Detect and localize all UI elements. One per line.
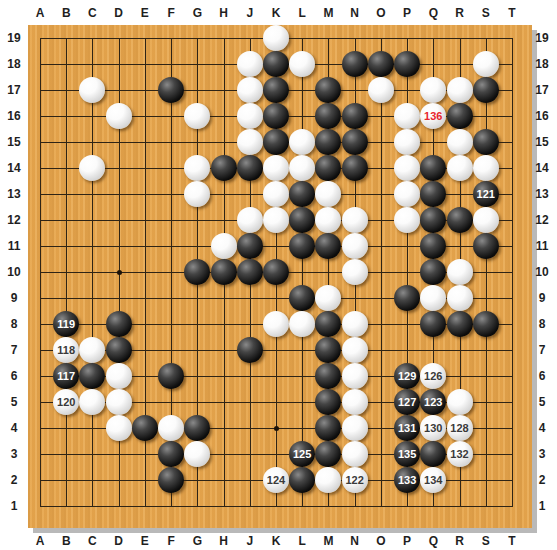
row-label-left: 1 (11, 499, 18, 513)
stone-O17 (368, 77, 394, 103)
stone-R9 (447, 285, 473, 311)
col-label-bottom: N (350, 534, 359, 548)
stone-F2 (158, 467, 184, 493)
move-number: 120 (57, 397, 75, 408)
stone-P15 (394, 129, 420, 155)
stone-R3: 132 (447, 441, 473, 467)
move-number: 117 (57, 371, 75, 382)
last-move-number: 136 (424, 111, 442, 122)
row-label-right: 6 (539, 369, 546, 383)
col-label-top: P (403, 6, 411, 20)
stone-Q9 (420, 285, 446, 311)
row-label-left: 9 (11, 291, 18, 305)
move-number: 119 (57, 319, 75, 330)
stone-M13 (315, 181, 341, 207)
stone-R4: 128 (447, 415, 473, 441)
stone-Q17 (420, 77, 446, 103)
col-label-top: N (350, 6, 359, 20)
stone-P6: 129 (394, 363, 420, 389)
stone-S18 (473, 51, 499, 77)
row-label-right: 15 (535, 135, 548, 149)
stone-N14 (342, 155, 368, 181)
col-label-top: D (114, 6, 123, 20)
row-label-right: 13 (535, 187, 548, 201)
col-label-bottom: J (246, 534, 253, 548)
stone-L8 (289, 311, 315, 337)
stone-J7 (237, 337, 263, 363)
move-number: 123 (424, 397, 442, 408)
stone-N10 (342, 259, 368, 285)
col-label-bottom: L (299, 534, 306, 548)
stone-M6 (315, 363, 341, 389)
stone-M8 (315, 311, 341, 337)
stone-H10 (211, 259, 237, 285)
stone-K2: 124 (263, 467, 289, 493)
stone-K14 (263, 155, 289, 181)
row-label-right: 14 (535, 161, 548, 175)
row-label-left: 19 (7, 31, 20, 45)
stone-S15 (473, 129, 499, 155)
stone-C17 (79, 77, 105, 103)
row-label-right: 11 (536, 239, 549, 253)
move-number: 121 (477, 189, 495, 200)
move-number: 131 (398, 423, 416, 434)
stone-L3: 125 (289, 441, 315, 467)
row-label-right: 1 (539, 499, 546, 513)
stone-P16 (394, 103, 420, 129)
col-label-bottom: O (376, 534, 385, 548)
stone-H11 (211, 233, 237, 259)
stone-M4 (315, 415, 341, 441)
stone-R12 (447, 207, 473, 233)
stone-N7 (342, 337, 368, 363)
row-label-left: 15 (7, 135, 20, 149)
stone-N15 (342, 129, 368, 155)
stone-M11 (315, 233, 341, 259)
stone-C5 (79, 389, 105, 415)
move-number: 128 (450, 423, 468, 434)
stone-S17 (473, 77, 499, 103)
stone-B8: 119 (53, 311, 79, 337)
stone-N5 (342, 389, 368, 415)
stone-P13 (394, 181, 420, 207)
col-label-bottom: M (323, 534, 333, 548)
row-label-right: 19 (535, 31, 548, 45)
move-number: 124 (267, 475, 285, 486)
stone-D6 (106, 363, 132, 389)
stone-B5: 120 (53, 389, 79, 415)
col-label-top: E (141, 6, 149, 20)
stone-G4 (184, 415, 210, 441)
stone-M12 (315, 207, 341, 233)
move-number: 133 (398, 475, 416, 486)
stone-R15 (447, 129, 473, 155)
row-label-left: 4 (11, 421, 18, 435)
stone-R5 (447, 389, 473, 415)
stone-P18 (394, 51, 420, 77)
stone-R17 (447, 77, 473, 103)
col-label-bottom: Q (429, 534, 438, 548)
stone-Q14 (420, 155, 446, 181)
stone-L9 (289, 285, 315, 311)
stone-G16 (184, 103, 210, 129)
stone-K16 (263, 103, 289, 129)
col-label-top: S (482, 6, 490, 20)
stone-L15 (289, 129, 315, 155)
stone-L2 (289, 467, 315, 493)
stone-L11 (289, 233, 315, 259)
col-label-bottom: B (62, 534, 71, 548)
stone-F4 (158, 415, 184, 441)
row-label-right: 12 (535, 213, 548, 227)
stone-J14 (237, 155, 263, 181)
stone-E4 (132, 415, 158, 441)
stone-P14 (394, 155, 420, 181)
stone-N16 (342, 103, 368, 129)
move-number: 118 (57, 345, 75, 356)
stone-K10 (263, 259, 289, 285)
stone-M3 (315, 441, 341, 467)
stone-B6: 117 (53, 363, 79, 389)
col-label-top: T (508, 6, 515, 20)
move-number: 126 (424, 371, 442, 382)
stone-K12 (263, 207, 289, 233)
col-label-bottom: K (272, 534, 281, 548)
grid-line-horizontal (40, 506, 513, 507)
stone-Q5: 123 (420, 389, 446, 415)
go-game-diagram: AABBCCDDEEFFGGHHJJKKLLMMNNOOPPQQRRSSTT19… (0, 0, 557, 550)
col-label-top: Q (429, 6, 438, 20)
row-label-left: 18 (7, 57, 20, 71)
row-label-right: 4 (539, 421, 546, 435)
stone-N12 (342, 207, 368, 233)
col-label-top: G (193, 6, 202, 20)
row-label-right: 18 (535, 57, 548, 71)
stone-Q2: 134 (420, 467, 446, 493)
stone-D16 (106, 103, 132, 129)
stone-F3 (158, 441, 184, 467)
stone-F6 (158, 363, 184, 389)
stone-M7 (315, 337, 341, 363)
stone-Q12 (420, 207, 446, 233)
stone-R14 (447, 155, 473, 181)
move-number: 132 (450, 449, 468, 460)
col-label-top: C (88, 6, 97, 20)
col-label-bottom: D (114, 534, 123, 548)
stone-N11 (342, 233, 368, 259)
stone-D5 (106, 389, 132, 415)
stone-L13 (289, 181, 315, 207)
col-label-bottom: R (455, 534, 464, 548)
row-label-right: 5 (539, 395, 546, 409)
stone-Q11 (420, 233, 446, 259)
stone-R10 (447, 259, 473, 285)
row-label-left: 7 (11, 343, 18, 357)
row-label-left: 8 (11, 317, 18, 331)
row-label-left: 17 (7, 83, 20, 97)
row-label-right: 16 (535, 109, 548, 123)
stone-P3: 135 (394, 441, 420, 467)
stone-S11 (473, 233, 499, 259)
col-label-top: J (246, 6, 253, 20)
move-number: 134 (424, 475, 442, 486)
stone-G13 (184, 181, 210, 207)
row-label-left: 5 (11, 395, 18, 409)
grid-line-vertical (486, 38, 487, 507)
stone-P9 (394, 285, 420, 311)
stone-N2: 122 (342, 467, 368, 493)
stone-M14 (315, 155, 341, 181)
stone-F17 (158, 77, 184, 103)
stone-J11 (237, 233, 263, 259)
stone-P4: 131 (394, 415, 420, 441)
stone-G14 (184, 155, 210, 181)
col-label-bottom: E (141, 534, 149, 548)
row-label-right: 8 (539, 317, 546, 331)
col-label-top: B (62, 6, 71, 20)
stone-K15 (263, 129, 289, 155)
grid-line-vertical (302, 38, 303, 507)
stone-J15 (237, 129, 263, 155)
stone-M5 (315, 389, 341, 415)
row-label-right: 7 (539, 343, 546, 357)
stone-P5: 127 (394, 389, 420, 415)
star-point (117, 270, 122, 275)
row-label-left: 10 (7, 265, 20, 279)
col-label-bottom: T (508, 534, 515, 548)
col-label-bottom: G (193, 534, 202, 548)
grid-line-vertical (381, 38, 382, 507)
stone-P12 (394, 207, 420, 233)
stone-Q13 (420, 181, 446, 207)
stone-L12 (289, 207, 315, 233)
col-label-top: M (323, 6, 333, 20)
row-label-right: 3 (539, 447, 546, 461)
stone-N8 (342, 311, 368, 337)
stone-J16 (237, 103, 263, 129)
stone-G3 (184, 441, 210, 467)
stone-C7 (79, 337, 105, 363)
stone-J10 (237, 259, 263, 285)
stone-N18 (342, 51, 368, 77)
stone-Q8 (420, 311, 446, 337)
stone-Q3 (420, 441, 446, 467)
col-label-bottom: P (403, 534, 411, 548)
row-label-left: 2 (11, 473, 18, 487)
row-label-left: 13 (7, 187, 20, 201)
stone-M15 (315, 129, 341, 155)
stone-M2 (315, 467, 341, 493)
stone-K19 (263, 25, 289, 51)
col-label-top: H (219, 6, 228, 20)
row-label-right: 10 (535, 265, 548, 279)
stone-L14 (289, 155, 315, 181)
col-label-top: R (455, 6, 464, 20)
stone-D8 (106, 311, 132, 337)
move-number: 129 (398, 371, 416, 382)
stone-J17 (237, 77, 263, 103)
stone-M17 (315, 77, 341, 103)
stone-O18 (368, 51, 394, 77)
stone-Q6: 126 (420, 363, 446, 389)
row-label-left: 12 (7, 213, 20, 227)
col-label-top: L (299, 6, 306, 20)
stone-N6 (342, 363, 368, 389)
stone-L18 (289, 51, 315, 77)
stone-G10 (184, 259, 210, 285)
row-label-left: 16 (7, 109, 20, 123)
stone-K17 (263, 77, 289, 103)
stone-M9 (315, 285, 341, 311)
col-label-top: F (167, 6, 174, 20)
move-number: 127 (398, 397, 416, 408)
stone-C6 (79, 363, 105, 389)
row-label-left: 11 (8, 239, 21, 253)
stone-S14 (473, 155, 499, 181)
stone-R16 (447, 103, 473, 129)
stone-K18 (263, 51, 289, 77)
row-label-left: 6 (11, 369, 18, 383)
stone-N4 (342, 415, 368, 441)
stone-Q16: 136 (420, 103, 446, 129)
stone-Q10 (420, 259, 446, 285)
stone-S8 (473, 311, 499, 337)
col-label-top: O (376, 6, 385, 20)
stone-Q4: 130 (420, 415, 446, 441)
row-label-left: 3 (11, 447, 18, 461)
move-number: 125 (293, 449, 311, 460)
stone-J18 (237, 51, 263, 77)
stone-N3 (342, 441, 368, 467)
col-label-top: A (36, 6, 45, 20)
col-label-bottom: C (88, 534, 97, 548)
star-point (274, 426, 279, 431)
move-number: 122 (345, 475, 363, 486)
col-label-bottom: H (219, 534, 228, 548)
move-number: 130 (424, 423, 442, 434)
col-label-bottom: A (36, 534, 45, 548)
stone-R8 (447, 311, 473, 337)
col-label-bottom: S (482, 534, 490, 548)
move-number: 135 (398, 449, 416, 460)
row-label-left: 14 (7, 161, 20, 175)
row-label-right: 2 (539, 473, 546, 487)
grid-line-vertical (512, 38, 513, 507)
row-label-right: 9 (539, 291, 546, 305)
stone-M16 (315, 103, 341, 129)
stone-H14 (211, 155, 237, 181)
stone-C14 (79, 155, 105, 181)
stone-D7 (106, 337, 132, 363)
stone-D4 (106, 415, 132, 441)
col-label-top: K (272, 6, 281, 20)
stone-B7: 118 (53, 337, 79, 363)
stone-P2: 133 (394, 467, 420, 493)
row-label-right: 17 (535, 83, 548, 97)
stone-S12 (473, 207, 499, 233)
stone-K8 (263, 311, 289, 337)
col-label-bottom: F (167, 534, 174, 548)
stone-K13 (263, 181, 289, 207)
stone-J12 (237, 207, 263, 233)
stone-S13: 121 (473, 181, 499, 207)
